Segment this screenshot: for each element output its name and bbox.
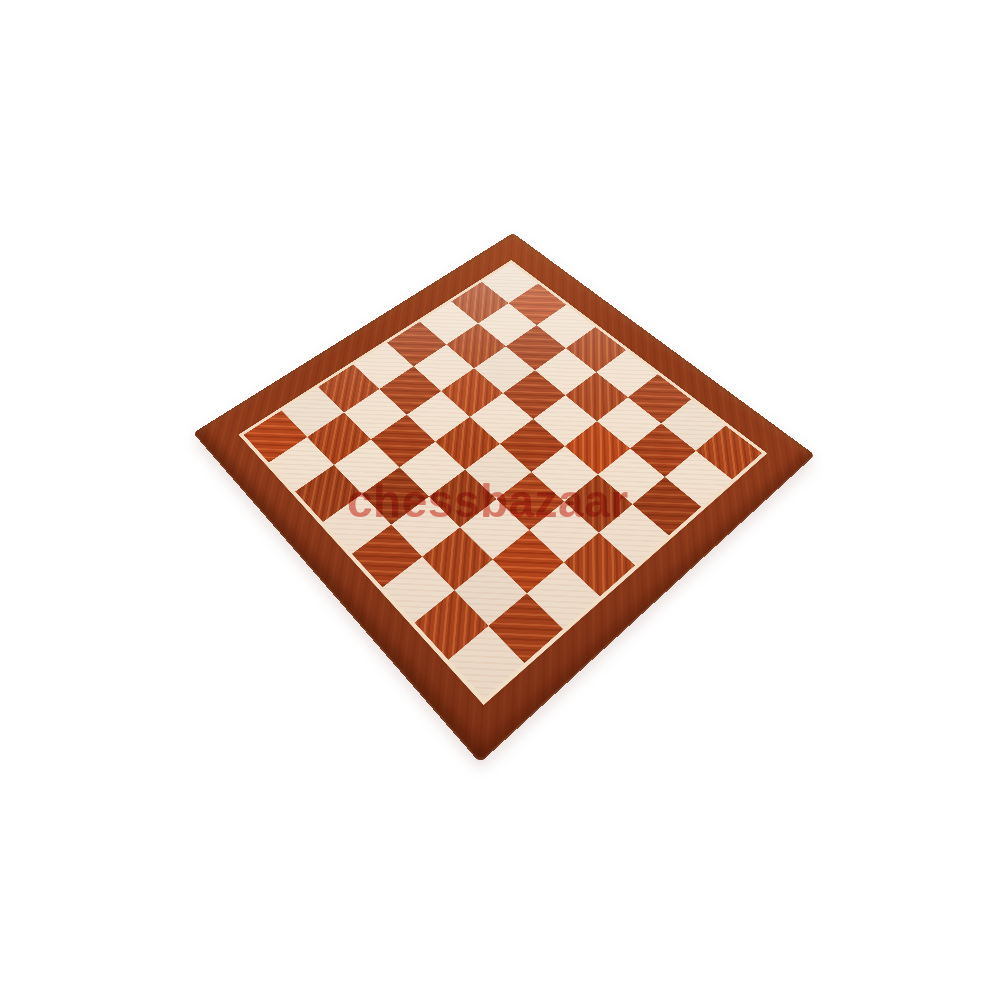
board-frame [193,233,815,763]
maple-inlay-line [239,260,768,705]
product-photo: chessbazaar [0,0,1000,1000]
board-shadow-wrap [0,0,1000,1000]
board-field [244,263,762,699]
chess-board [193,233,815,763]
